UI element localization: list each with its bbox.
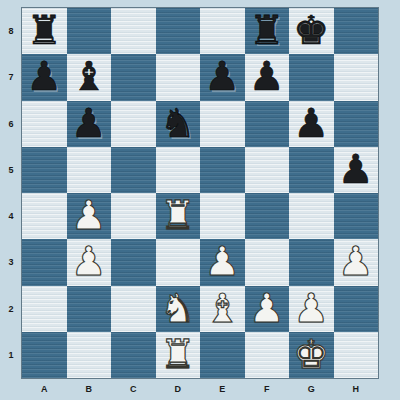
white-bishop-e2[interactable]: ♝ [204, 286, 240, 331]
square-a5[interactable] [22, 147, 67, 193]
square-e2[interactable]: ♝ [200, 286, 245, 332]
black-bishop-b7[interactable]: ♝ [71, 54, 107, 99]
square-f8[interactable]: ♜ [245, 8, 290, 54]
white-king-g1[interactable]: ♚ [293, 332, 329, 377]
square-d6[interactable]: ♞ [156, 101, 201, 147]
black-king-g8[interactable]: ♚ [293, 8, 329, 53]
file-label-d: D [156, 378, 201, 400]
square-d7[interactable] [156, 54, 201, 100]
square-f7[interactable]: ♟ [245, 54, 290, 100]
square-a6[interactable] [22, 101, 67, 147]
square-b2[interactable] [67, 286, 112, 332]
white-pawn-b3[interactable]: ♟ [71, 239, 107, 284]
file-label-f: F [245, 378, 290, 400]
square-e4[interactable] [200, 193, 245, 239]
square-c2[interactable] [111, 286, 156, 332]
chess-board[interactable]: ♜♜♚♟♝♟♟♟♞♟♟♟♜♟♟♟♞♝♟♟♜♚ [22, 8, 378, 378]
square-c3[interactable] [111, 239, 156, 285]
square-f6[interactable] [245, 101, 290, 147]
square-a2[interactable] [22, 286, 67, 332]
board-background: 87654321 ABCDEFGH ♜♜♚♟♝♟♟♟♞♟♟♟♜♟♟♟♞♝♟♟♜♚ [0, 0, 400, 400]
square-h4[interactable] [334, 193, 379, 239]
rank-labels: 87654321 [0, 8, 22, 378]
square-g6[interactable]: ♟ [289, 101, 334, 147]
square-b4[interactable]: ♟ [67, 193, 112, 239]
file-label-a: A [22, 378, 67, 400]
square-b3[interactable]: ♟ [67, 239, 112, 285]
rank-label-2: 2 [0, 286, 22, 332]
black-pawn-e7[interactable]: ♟ [204, 54, 240, 99]
square-h2[interactable] [334, 286, 379, 332]
square-g4[interactable] [289, 193, 334, 239]
square-c4[interactable] [111, 193, 156, 239]
square-c8[interactable] [111, 8, 156, 54]
square-a4[interactable] [22, 193, 67, 239]
square-e7[interactable]: ♟ [200, 54, 245, 100]
file-label-c: C [111, 378, 156, 400]
square-g2[interactable]: ♟ [289, 286, 334, 332]
square-d1[interactable]: ♜ [156, 332, 201, 378]
square-g3[interactable] [289, 239, 334, 285]
file-label-b: B [67, 378, 112, 400]
black-pawn-b6[interactable]: ♟ [71, 101, 107, 146]
black-pawn-a7[interactable]: ♟ [26, 54, 62, 99]
rank-label-6: 6 [0, 101, 22, 147]
square-h6[interactable] [334, 101, 379, 147]
rank-label-1: 1 [0, 332, 22, 378]
square-g8[interactable]: ♚ [289, 8, 334, 54]
square-d2[interactable]: ♞ [156, 286, 201, 332]
square-g5[interactable] [289, 147, 334, 193]
square-a3[interactable] [22, 239, 67, 285]
file-label-e: E [200, 378, 245, 400]
square-d8[interactable] [156, 8, 201, 54]
black-knight-d6[interactable]: ♞ [160, 101, 196, 146]
square-f2[interactable]: ♟ [245, 286, 290, 332]
square-b5[interactable] [67, 147, 112, 193]
rank-label-5: 5 [0, 147, 22, 193]
square-b6[interactable]: ♟ [67, 101, 112, 147]
square-c1[interactable] [111, 332, 156, 378]
square-h3[interactable]: ♟ [334, 239, 379, 285]
white-pawn-b4[interactable]: ♟ [71, 193, 107, 238]
square-c5[interactable] [111, 147, 156, 193]
square-b7[interactable]: ♝ [67, 54, 112, 100]
rank-label-3: 3 [0, 239, 22, 285]
square-f1[interactable] [245, 332, 290, 378]
square-h8[interactable] [334, 8, 379, 54]
black-pawn-h5[interactable]: ♟ [338, 147, 374, 192]
file-labels: ABCDEFGH [22, 378, 378, 400]
square-e3[interactable]: ♟ [200, 239, 245, 285]
square-f4[interactable] [245, 193, 290, 239]
square-b8[interactable] [67, 8, 112, 54]
square-d4[interactable]: ♜ [156, 193, 201, 239]
white-rook-d4[interactable]: ♜ [160, 193, 196, 238]
square-g7[interactable] [289, 54, 334, 100]
file-label-g: G [289, 378, 334, 400]
square-a1[interactable] [22, 332, 67, 378]
white-pawn-e3[interactable]: ♟ [204, 239, 240, 284]
white-knight-d2[interactable]: ♞ [160, 286, 196, 331]
square-a8[interactable]: ♜ [22, 8, 67, 54]
square-e1[interactable] [200, 332, 245, 378]
black-pawn-f7[interactable]: ♟ [249, 54, 285, 99]
white-pawn-f2[interactable]: ♟ [249, 286, 285, 331]
square-d5[interactable] [156, 147, 201, 193]
square-f3[interactable] [245, 239, 290, 285]
rank-label-7: 7 [0, 54, 22, 100]
square-h5[interactable]: ♟ [334, 147, 379, 193]
white-pawn-g2[interactable]: ♟ [293, 286, 329, 331]
square-e8[interactable] [200, 8, 245, 54]
square-g1[interactable]: ♚ [289, 332, 334, 378]
square-e5[interactable] [200, 147, 245, 193]
square-b1[interactable] [67, 332, 112, 378]
file-label-h: H [334, 378, 379, 400]
white-pawn-h3[interactable]: ♟ [338, 239, 374, 284]
black-rook-f8[interactable]: ♜ [249, 8, 285, 53]
black-rook-a8[interactable]: ♜ [26, 8, 62, 53]
square-h7[interactable] [334, 54, 379, 100]
square-c7[interactable] [111, 54, 156, 100]
square-d3[interactable] [156, 239, 201, 285]
square-h1[interactable] [334, 332, 379, 378]
square-f5[interactable] [245, 147, 290, 193]
square-c6[interactable] [111, 101, 156, 147]
rank-label-4: 4 [0, 193, 22, 239]
white-rook-d1[interactable]: ♜ [160, 332, 196, 377]
square-e6[interactable] [200, 101, 245, 147]
rank-label-8: 8 [0, 8, 22, 54]
black-pawn-g6[interactable]: ♟ [293, 101, 329, 146]
square-a7[interactable]: ♟ [22, 54, 67, 100]
